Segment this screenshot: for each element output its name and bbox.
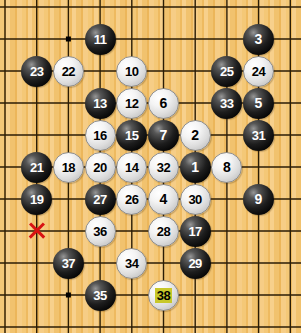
point-cell: 34: [116, 247, 148, 279]
move-number: 14: [125, 161, 138, 174]
point-cell: 23: [21, 55, 53, 87]
move-number: 31: [252, 129, 265, 142]
go-board[interactable]: 1234567891011121314151617181920212223242…: [0, 0, 301, 333]
point-cell: 8: [211, 151, 243, 183]
point-cell: 14: [116, 151, 148, 183]
stone-23-black: 23: [21, 56, 52, 87]
point-cell: 26: [116, 183, 148, 215]
point-cell: 36: [84, 215, 116, 247]
move-number: 33: [220, 97, 233, 110]
stone-33-black: 33: [211, 88, 242, 119]
point-cell: [21, 215, 53, 247]
move-number: 9: [255, 192, 263, 206]
stone-13-black: 13: [85, 88, 116, 119]
move-number: 37: [62, 257, 75, 270]
stone-16-white: 16: [85, 120, 116, 151]
stone-37-black: 37: [53, 248, 84, 279]
point-cell: 21: [21, 151, 53, 183]
point-cell: 15: [116, 119, 148, 151]
move-number: 2: [191, 128, 199, 142]
point-cell: 28: [148, 215, 180, 247]
point-cell: 12: [116, 87, 148, 119]
point-cell: 27: [84, 183, 116, 215]
point-cell: 9: [243, 183, 275, 215]
point-cell: 18: [53, 151, 85, 183]
stone-8-white: 8: [211, 152, 242, 183]
point-cell: 10: [116, 55, 148, 87]
move-number: 12: [125, 97, 138, 110]
point-cell: 30: [179, 183, 211, 215]
move-number: 24: [252, 65, 265, 78]
stone-34-white: 34: [116, 248, 147, 279]
point-cell: 20: [84, 151, 116, 183]
move-number: 32: [157, 161, 170, 174]
point-cell: 13: [84, 87, 116, 119]
stone-24-white: 24: [243, 56, 274, 87]
move-number: 18: [62, 161, 75, 174]
point-cell: 29: [179, 247, 211, 279]
go-diagram: 1234567891011121314151617181920212223242…: [0, 0, 301, 333]
move-number: 36: [93, 225, 106, 238]
stone-9-black: 9: [243, 184, 274, 215]
stone-38-white: 38: [148, 280, 179, 311]
move-number: 16: [93, 129, 106, 142]
move-number: 20: [93, 161, 106, 174]
stone-5-black: 5: [243, 88, 274, 119]
move-number: 4: [160, 192, 168, 206]
point-cell: 22: [53, 55, 85, 87]
point-cell: 3: [243, 23, 275, 55]
point-cell: 7: [148, 119, 180, 151]
point-cell: 11: [84, 23, 116, 55]
move-number: 7: [160, 128, 168, 142]
move-number: 22: [62, 65, 75, 78]
stone-3-black: 3: [243, 24, 274, 55]
stone-36-white: 36: [85, 216, 116, 247]
point-cell: 2: [179, 119, 211, 151]
point-cell: 6: [148, 87, 180, 119]
stone-19-black: 19: [21, 184, 52, 215]
point-cell: 19: [21, 183, 53, 215]
move-number: 26: [125, 193, 138, 206]
move-number: 25: [220, 65, 233, 78]
stone-32-white: 32: [148, 152, 179, 183]
point-cell: 4: [148, 183, 180, 215]
point-cell: 37: [53, 247, 85, 279]
move-number: 29: [188, 257, 201, 270]
move-number: 3: [255, 32, 263, 46]
move-number: 19: [30, 193, 43, 206]
stone-14-white: 14: [116, 152, 147, 183]
stones-layer: 1234567891011121314151617181920212223242…: [0, 0, 301, 333]
move-number: 5: [255, 96, 263, 110]
move-number-last-move: 38: [155, 288, 172, 303]
stone-28-white: 28: [148, 216, 179, 247]
move-number: 27: [93, 193, 106, 206]
move-number: 34: [125, 257, 138, 270]
stone-30-white: 30: [180, 184, 211, 215]
stone-27-black: 27: [85, 184, 116, 215]
stone-4-white: 4: [148, 184, 179, 215]
move-number: 1: [191, 160, 199, 174]
stone-6-white: 6: [148, 88, 179, 119]
move-number: 8: [223, 160, 231, 174]
stone-17-black: 17: [180, 216, 211, 247]
point-cell: 17: [179, 215, 211, 247]
move-number: 6: [160, 96, 168, 110]
point-cell: 31: [243, 119, 275, 151]
stone-29-black: 29: [180, 248, 211, 279]
move-number: 17: [188, 225, 201, 238]
stone-18-white: 18: [53, 152, 84, 183]
stone-20-white: 20: [85, 152, 116, 183]
stone-31-black: 31: [243, 120, 274, 151]
point-cell: 16: [84, 119, 116, 151]
red-x-mark: [26, 220, 48, 242]
stone-7-black: 7: [148, 120, 179, 151]
stone-26-white: 26: [116, 184, 147, 215]
stone-10-white: 10: [116, 56, 147, 87]
move-number: 30: [188, 193, 201, 206]
move-number: 10: [125, 65, 138, 78]
stone-15-black: 15: [116, 120, 147, 151]
move-number: 28: [157, 225, 170, 238]
point-cell: 25: [211, 55, 243, 87]
stone-12-white: 12: [116, 88, 147, 119]
point-cell: 32: [148, 151, 180, 183]
move-number: 21: [30, 161, 43, 174]
point-cell: 33: [211, 87, 243, 119]
move-number: 15: [125, 129, 138, 142]
stone-21-black: 21: [21, 152, 52, 183]
point-cell: 24: [243, 55, 275, 87]
stone-1-black: 1: [180, 152, 211, 183]
point-cell: 1: [179, 151, 211, 183]
move-number: 13: [93, 97, 106, 110]
move-number: 11: [94, 33, 107, 46]
stone-11-black: 11: [85, 24, 116, 55]
stone-22-white: 22: [53, 56, 84, 87]
point-cell: 5: [243, 87, 275, 119]
point-cell: 35: [84, 279, 116, 311]
stone-2-white: 2: [180, 120, 211, 151]
point-cell: 38: [148, 279, 180, 311]
stone-35-black: 35: [85, 280, 116, 311]
move-number: 23: [30, 65, 43, 78]
move-number: 35: [93, 289, 106, 302]
stone-25-black: 25: [211, 56, 242, 87]
